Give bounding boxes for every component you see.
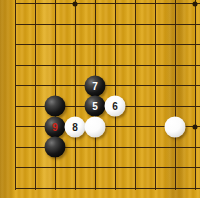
black-stone-c9[interactable] <box>45 137 66 158</box>
star-point-d16 <box>73 1 78 6</box>
grid-line-horizontal <box>15 44 200 45</box>
grid-line-horizontal <box>15 147 200 148</box>
grid-line-horizontal <box>15 188 200 189</box>
grid-line-vertical <box>75 0 76 190</box>
move-number-label: 7 <box>92 75 98 96</box>
black-stone-e12[interactable]: 7 <box>85 75 106 96</box>
white-stone-d10[interactable]: 8 <box>65 116 86 137</box>
white-stone-j10[interactable] <box>165 116 186 137</box>
grid-line-vertical <box>135 0 136 190</box>
white-stone-e10[interactable] <box>85 116 106 137</box>
grid-line-horizontal <box>15 3 200 4</box>
grid-line-horizontal <box>15 65 200 66</box>
black-stone-c10[interactable]: 9 <box>45 116 66 137</box>
grid-line-vertical <box>175 0 176 190</box>
grid-line-vertical <box>155 0 156 190</box>
grid-line-vertical <box>195 0 196 190</box>
go-board[interactable]: 75698 <box>0 0 200 198</box>
grid-line-vertical <box>35 0 36 190</box>
star-point-k10 <box>193 124 198 129</box>
black-stone-e11[interactable]: 5 <box>85 96 106 117</box>
move-number-label: 6 <box>112 96 118 117</box>
grid-line-horizontal <box>15 167 200 168</box>
grid-line-horizontal <box>15 85 200 86</box>
grid-line-vertical <box>15 0 16 190</box>
star-point-k16 <box>193 1 198 6</box>
black-stone-c11[interactable] <box>45 96 66 117</box>
white-stone-f11[interactable]: 6 <box>105 96 126 117</box>
grid-line-horizontal <box>15 24 200 25</box>
move-number-label: 8 <box>72 116 78 137</box>
move-number-label: 5 <box>92 96 98 117</box>
move-number-label: 9 <box>52 116 58 137</box>
